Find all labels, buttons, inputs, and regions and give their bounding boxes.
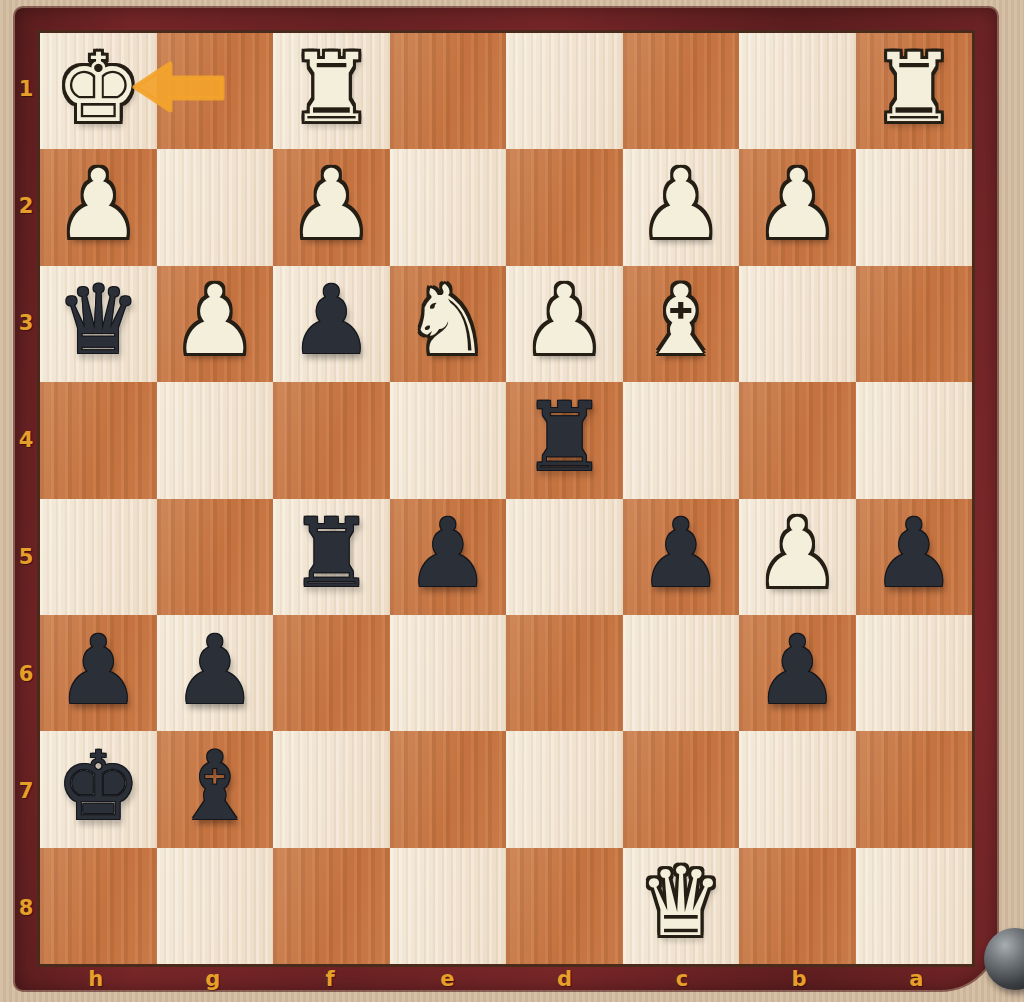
square-c6[interactable] <box>623 615 740 731</box>
file-label-d: d <box>506 967 623 991</box>
square-c2[interactable]: ♟ <box>623 149 740 265</box>
square-h8[interactable] <box>40 848 157 964</box>
square-c4[interactable] <box>623 382 740 498</box>
square-g2[interactable] <box>157 149 274 265</box>
square-e1[interactable] <box>390 33 507 149</box>
square-e6[interactable] <box>390 615 507 731</box>
piece-white-pawn[interactable]: ♟ <box>638 157 723 252</box>
file-label-b: b <box>741 967 858 991</box>
piece-white-rook[interactable]: ♜ <box>289 41 374 136</box>
square-e5[interactable]: ♟ <box>390 499 507 615</box>
square-a2[interactable] <box>856 149 973 265</box>
square-h7[interactable]: ♚ <box>40 731 157 847</box>
square-d8[interactable] <box>506 848 623 964</box>
square-f7[interactable] <box>273 731 390 847</box>
square-g8[interactable] <box>157 848 274 964</box>
rank-label-2: 2 <box>15 147 37 264</box>
rank-label-6: 6 <box>15 616 37 733</box>
square-d7[interactable] <box>506 731 623 847</box>
piece-white-pawn[interactable]: ♟ <box>755 157 840 252</box>
square-d2[interactable] <box>506 149 623 265</box>
square-g1[interactable] <box>157 33 274 149</box>
square-f3[interactable]: ♟ <box>273 266 390 382</box>
square-g3[interactable]: ♟ <box>157 266 274 382</box>
square-e7[interactable] <box>390 731 507 847</box>
square-a4[interactable] <box>856 382 973 498</box>
file-label-h: h <box>37 967 154 991</box>
piece-white-queen[interactable]: ♛ <box>638 855 723 950</box>
square-c3[interactable]: ♝ <box>623 266 740 382</box>
file-label-c: c <box>623 967 740 991</box>
square-a6[interactable] <box>856 615 973 731</box>
piece-black-pawn[interactable]: ♟ <box>289 273 374 368</box>
square-a1[interactable]: ♜ <box>856 33 973 149</box>
square-f8[interactable] <box>273 848 390 964</box>
piece-black-pawn[interactable]: ♟ <box>871 506 956 601</box>
rank-label-8: 8 <box>15 850 37 967</box>
file-label-g: g <box>154 967 271 991</box>
chess-board: ♚♜♜♟♟♟♟♛♟♟♞♟♝♜♜♟♟♟♟♟♟♟♚♝♛ <box>40 33 972 964</box>
square-d5[interactable] <box>506 499 623 615</box>
square-e3[interactable]: ♞ <box>390 266 507 382</box>
rank-labels: 12345678 <box>15 30 37 967</box>
square-a7[interactable] <box>856 731 973 847</box>
square-e4[interactable] <box>390 382 507 498</box>
piece-white-king[interactable]: ♚ <box>56 41 141 136</box>
square-b1[interactable] <box>739 33 856 149</box>
square-f4[interactable] <box>273 382 390 498</box>
piece-black-king[interactable]: ♚ <box>56 739 141 834</box>
square-g5[interactable] <box>157 499 274 615</box>
square-f6[interactable] <box>273 615 390 731</box>
square-h1[interactable]: ♚ <box>40 33 157 149</box>
piece-black-rook[interactable]: ♜ <box>289 506 374 601</box>
square-h4[interactable] <box>40 382 157 498</box>
square-e8[interactable] <box>390 848 507 964</box>
piece-black-rook[interactable]: ♜ <box>522 390 607 485</box>
piece-white-rook[interactable]: ♜ <box>871 41 956 136</box>
piece-white-pawn[interactable]: ♟ <box>755 506 840 601</box>
rank-label-5: 5 <box>15 499 37 616</box>
piece-black-pawn[interactable]: ♟ <box>172 623 257 718</box>
piece-black-bishop[interactable]: ♝ <box>172 739 257 834</box>
piece-white-pawn[interactable]: ♟ <box>522 273 607 368</box>
rank-label-1: 1 <box>15 30 37 147</box>
piece-white-knight[interactable]: ♞ <box>405 273 490 368</box>
square-f2[interactable]: ♟ <box>273 149 390 265</box>
piece-white-pawn[interactable]: ♟ <box>289 157 374 252</box>
square-b3[interactable] <box>739 266 856 382</box>
square-h3[interactable]: ♛ <box>40 266 157 382</box>
square-g4[interactable] <box>157 382 274 498</box>
square-a3[interactable] <box>856 266 973 382</box>
square-b8[interactable] <box>739 848 856 964</box>
square-b7[interactable] <box>739 731 856 847</box>
square-e2[interactable] <box>390 149 507 265</box>
rank-label-7: 7 <box>15 733 37 850</box>
square-h2[interactable]: ♟ <box>40 149 157 265</box>
square-c5[interactable]: ♟ <box>623 499 740 615</box>
square-b5[interactable]: ♟ <box>739 499 856 615</box>
square-b2[interactable]: ♟ <box>739 149 856 265</box>
square-c1[interactable] <box>623 33 740 149</box>
square-a8[interactable] <box>856 848 973 964</box>
piece-black-pawn[interactable]: ♟ <box>56 623 141 718</box>
square-b4[interactable] <box>739 382 856 498</box>
rank-label-4: 4 <box>15 381 37 498</box>
square-c7[interactable] <box>623 731 740 847</box>
square-h6[interactable]: ♟ <box>40 615 157 731</box>
piece-white-bishop[interactable]: ♝ <box>638 273 723 368</box>
square-f1[interactable]: ♜ <box>273 33 390 149</box>
file-label-f: f <box>272 967 389 991</box>
square-g6[interactable]: ♟ <box>157 615 274 731</box>
file-labels: hgfedcba <box>37 967 975 990</box>
piece-black-queen[interactable]: ♛ <box>56 273 141 368</box>
piece-black-pawn[interactable]: ♟ <box>638 506 723 601</box>
square-d6[interactable] <box>506 615 623 731</box>
square-d1[interactable] <box>506 33 623 149</box>
board-frame: 12345678 hgfedcba ♚♜♜♟♟♟♟♛♟♟♞♟♝♜♜♟♟♟♟♟♟♟… <box>15 8 997 990</box>
piece-white-pawn[interactable]: ♟ <box>172 273 257 368</box>
square-f5[interactable]: ♜ <box>273 499 390 615</box>
piece-black-pawn[interactable]: ♟ <box>405 506 490 601</box>
board-area: ♚♜♜♟♟♟♟♛♟♟♞♟♝♜♜♟♟♟♟♟♟♟♚♝♛ <box>37 30 975 967</box>
square-h5[interactable] <box>40 499 157 615</box>
piece-black-pawn[interactable]: ♟ <box>755 623 840 718</box>
piece-white-pawn[interactable]: ♟ <box>56 157 141 252</box>
square-a5[interactable]: ♟ <box>856 499 973 615</box>
file-label-a: a <box>858 967 975 991</box>
square-d3[interactable]: ♟ <box>506 266 623 382</box>
square-c8[interactable]: ♛ <box>623 848 740 964</box>
square-b6[interactable]: ♟ <box>739 615 856 731</box>
rank-label-3: 3 <box>15 264 37 381</box>
square-g7[interactable]: ♝ <box>157 731 274 847</box>
file-label-e: e <box>389 967 506 991</box>
square-d4[interactable]: ♜ <box>506 382 623 498</box>
